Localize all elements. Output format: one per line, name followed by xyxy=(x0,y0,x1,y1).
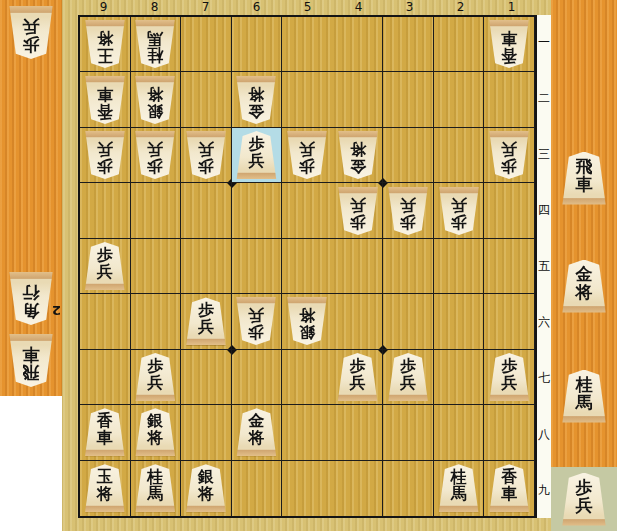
square-82[interactable]: 銀将 xyxy=(131,72,182,127)
piece-kanji: 兵 xyxy=(451,197,467,214)
piece-sente-lance[interactable]: 香車 xyxy=(84,408,126,456)
square-98[interactable]: 香車 xyxy=(80,405,131,460)
hand-slot-sente-gold[interactable]: 金将 xyxy=(551,256,617,316)
square-41[interactable] xyxy=(333,17,384,72)
board-grid: 王将桂馬香車香車銀将金将歩兵歩兵歩兵歩兵歩兵金将歩兵歩兵歩兵歩兵歩兵歩兵歩兵銀将… xyxy=(78,15,537,518)
piece-sente-king[interactable]: 玉将 xyxy=(84,464,126,512)
square-45[interactable] xyxy=(333,239,384,294)
sente-captured-stand: 飛車金将桂馬歩兵 xyxy=(551,0,617,531)
piece-kanji: 歩 xyxy=(147,357,163,374)
file-label-7: 7 xyxy=(180,0,231,15)
piece-kanji: 兵 xyxy=(198,318,214,335)
piece-gote-king[interactable]: 王将 xyxy=(84,20,126,68)
piece-sente-lance[interactable]: 香車 xyxy=(488,464,530,512)
file-label-6: 6 xyxy=(231,0,282,15)
piece-gote-pawn[interactable]: 歩兵 xyxy=(84,131,126,179)
square-57[interactable] xyxy=(282,350,333,405)
rank-label-3: 三 xyxy=(537,127,551,183)
piece-kanji: 将 xyxy=(299,307,315,324)
piece-kanji: 兵 xyxy=(299,141,315,158)
piece-kanji: 歩 xyxy=(451,214,467,231)
rank-label-6: 六 xyxy=(537,294,551,350)
piece-gote-pawn[interactable]: 歩兵 xyxy=(337,187,379,235)
hand-slot-sente-pawn[interactable]: 歩兵 xyxy=(551,467,617,531)
piece-sente-pawn[interactable]: 歩兵 xyxy=(134,353,176,401)
piece-kanji: 香 xyxy=(501,468,517,485)
piece-gote-gold[interactable]: 金将 xyxy=(235,76,277,124)
piece-kanji: 兵 xyxy=(97,263,113,280)
square-36[interactable] xyxy=(383,294,434,349)
piece-kanji: 兵 xyxy=(350,374,366,391)
square-29[interactable]: 桂馬 xyxy=(434,461,485,516)
rank-coordinates: 一二三四五六七八九 xyxy=(537,15,551,518)
square-72[interactable] xyxy=(181,72,232,127)
square-66[interactable]: 歩兵 xyxy=(232,294,283,349)
piece-kanji: 車 xyxy=(23,346,40,364)
square-81[interactable]: 桂馬 xyxy=(131,17,182,72)
piece-kanji: 桂 xyxy=(147,47,163,64)
piece-sente-pawn[interactable]: 歩兵 xyxy=(387,353,429,401)
piece-kanji: 兵 xyxy=(400,197,416,214)
piece-kanji: 銀 xyxy=(147,103,163,120)
piece-sente-knight[interactable]: 桂馬 xyxy=(438,464,480,512)
square-84[interactable] xyxy=(131,183,182,238)
piece-kanji: 馬 xyxy=(147,30,163,47)
square-21[interactable] xyxy=(434,17,485,72)
piece-kanji: 銀 xyxy=(198,468,214,485)
hand-slot-sente-knight[interactable]: 桂馬 xyxy=(551,366,617,426)
piece-gote-pawn[interactable]: 歩兵 xyxy=(134,131,176,179)
piece-kanji: 歩 xyxy=(23,36,40,54)
piece-kanji: 桂 xyxy=(451,468,467,485)
square-53[interactable]: 歩兵 xyxy=(282,128,333,183)
piece-kanji: 将 xyxy=(147,429,163,446)
piece-kanji: 金 xyxy=(248,412,264,429)
piece-kanji: 馬 xyxy=(451,485,467,502)
piece-kanji: 兵 xyxy=(147,374,163,391)
file-label-4: 4 xyxy=(333,0,384,15)
hand-piece-gote-bishop[interactable]: 角行 xyxy=(8,272,54,325)
piece-kanji: 歩 xyxy=(248,135,264,152)
piece-sente-silver[interactable]: 銀将 xyxy=(134,408,176,456)
piece-kanji: 将 xyxy=(97,485,113,502)
square-97[interactable] xyxy=(80,350,131,405)
square-12[interactable] xyxy=(484,72,535,127)
square-48[interactable] xyxy=(333,405,384,460)
piece-kanji: 歩 xyxy=(350,357,366,374)
piece-kanji: 兵 xyxy=(400,374,416,391)
piece-kanji: 飛 xyxy=(576,157,593,175)
square-44[interactable]: 歩兵 xyxy=(333,183,384,238)
square-69[interactable] xyxy=(232,461,283,516)
square-55[interactable] xyxy=(282,239,333,294)
piece-sente-pawn[interactable]: 歩兵 xyxy=(337,353,379,401)
square-65[interactable] xyxy=(232,239,283,294)
piece-kanji: 将 xyxy=(248,429,264,446)
square-15[interactable] xyxy=(484,239,535,294)
square-59[interactable] xyxy=(282,461,333,516)
piece-gote-pawn[interactable]: 歩兵 xyxy=(387,187,429,235)
square-89[interactable]: 桂馬 xyxy=(131,461,182,516)
square-52[interactable] xyxy=(282,72,333,127)
piece-kanji: 王 xyxy=(97,47,113,64)
piece-sente-silver[interactable]: 銀将 xyxy=(185,464,227,512)
square-33[interactable] xyxy=(383,128,434,183)
piece-gote-silver[interactable]: 銀将 xyxy=(286,297,328,345)
square-42[interactable] xyxy=(333,72,384,127)
piece-gote-pawn[interactable]: 歩兵 xyxy=(438,187,480,235)
piece-gote-pawn[interactable]: 歩兵 xyxy=(185,131,227,179)
piece-kanji: 歩 xyxy=(501,357,517,374)
piece-sente-pawn[interactable]: 歩兵 xyxy=(235,131,277,179)
square-49[interactable] xyxy=(333,461,384,516)
piece-sente-pawn[interactable]: 歩兵 xyxy=(185,297,227,345)
piece-kanji: 歩 xyxy=(350,214,366,231)
piece-kanji: 車 xyxy=(97,86,113,103)
piece-kanji: 兵 xyxy=(23,18,40,36)
piece-sente-pawn[interactable]: 歩兵 xyxy=(488,353,530,401)
square-62[interactable]: 金将 xyxy=(232,72,283,127)
hand-slot-gote-bishop[interactable]: 角行2 xyxy=(0,268,62,328)
square-63[interactable]: 歩兵 xyxy=(232,128,283,183)
square-17[interactable]: 歩兵 xyxy=(484,350,535,405)
square-67[interactable] xyxy=(232,350,283,405)
file-coordinates: 987654321 xyxy=(78,0,537,15)
square-37[interactable]: 歩兵 xyxy=(383,350,434,405)
square-78[interactable] xyxy=(181,405,232,460)
square-71[interactable] xyxy=(181,17,232,72)
file-label-9: 9 xyxy=(78,0,129,15)
square-75[interactable] xyxy=(181,239,232,294)
rank-label-1: 一 xyxy=(537,15,551,71)
piece-kanji: 兵 xyxy=(248,152,264,169)
hand-count-gote-bishop: 2 xyxy=(52,303,61,318)
square-23[interactable] xyxy=(434,128,485,183)
piece-kanji: 桂 xyxy=(576,375,593,393)
square-86[interactable] xyxy=(131,294,182,349)
hand-piece-gote-pawn[interactable]: 歩兵 xyxy=(8,6,54,59)
square-24[interactable]: 歩兵 xyxy=(434,183,485,238)
piece-sente-gold[interactable]: 金将 xyxy=(235,408,277,456)
rank-label-4: 四 xyxy=(537,183,551,239)
square-22[interactable] xyxy=(434,72,485,127)
square-26[interactable] xyxy=(434,294,485,349)
piece-kanji: 将 xyxy=(147,86,163,103)
square-73[interactable]: 歩兵 xyxy=(181,128,232,183)
piece-kanji: 兵 xyxy=(97,141,113,158)
square-92[interactable]: 香車 xyxy=(80,72,131,127)
piece-kanji: 兵 xyxy=(501,141,517,158)
piece-kanji: 歩 xyxy=(198,301,214,318)
piece-kanji: 行 xyxy=(23,284,40,302)
piece-kanji: 香 xyxy=(97,412,113,429)
piece-kanji: 歩 xyxy=(97,246,113,263)
rank-label-7: 七 xyxy=(537,350,551,406)
hand-slot-gote-pawn[interactable]: 歩兵 xyxy=(0,2,62,62)
left-blank-area xyxy=(0,396,62,531)
piece-gote-lance[interactable]: 香車 xyxy=(488,20,530,68)
square-34[interactable]: 歩兵 xyxy=(383,183,434,238)
piece-kanji: 金 xyxy=(350,158,366,175)
piece-kanji: 将 xyxy=(198,485,214,502)
square-91[interactable]: 王将 xyxy=(80,17,131,72)
rank-label-2: 二 xyxy=(537,71,551,127)
shogi-app: 歩兵角行2飛車 飛車金将桂馬歩兵 987654321 一二三四五六七八九 王将桂… xyxy=(0,0,617,531)
square-19[interactable]: 香車 xyxy=(484,461,535,516)
file-label-2: 2 xyxy=(435,0,486,15)
square-74[interactable] xyxy=(181,183,232,238)
hand-piece-gote-rook[interactable]: 飛車 xyxy=(8,334,54,387)
file-label-5: 5 xyxy=(282,0,333,15)
piece-kanji: 銀 xyxy=(299,324,315,341)
piece-kanji: 馬 xyxy=(576,393,593,411)
square-38[interactable] xyxy=(383,405,434,460)
piece-kanji: 兵 xyxy=(198,141,214,158)
piece-kanji: 歩 xyxy=(400,214,416,231)
piece-kanji: 兵 xyxy=(350,197,366,214)
square-16[interactable] xyxy=(484,294,535,349)
piece-kanji: 車 xyxy=(576,175,593,193)
square-54[interactable] xyxy=(282,183,333,238)
square-76[interactable]: 歩兵 xyxy=(181,294,232,349)
square-18[interactable] xyxy=(484,405,535,460)
piece-gote-knight[interactable]: 桂馬 xyxy=(134,20,176,68)
square-51[interactable] xyxy=(282,17,333,72)
square-46[interactable] xyxy=(333,294,384,349)
piece-kanji: 車 xyxy=(97,429,113,446)
piece-kanji: 将 xyxy=(248,86,264,103)
square-39[interactable] xyxy=(383,461,434,516)
square-28[interactable] xyxy=(434,405,485,460)
piece-kanji: 玉 xyxy=(97,468,113,485)
gote-captured-stand: 歩兵角行2飛車 xyxy=(0,0,62,396)
piece-kanji: 角 xyxy=(23,302,40,320)
rank-label-5: 五 xyxy=(537,239,551,295)
square-85[interactable] xyxy=(131,239,182,294)
piece-kanji: 歩 xyxy=(248,324,264,341)
piece-kanji: 将 xyxy=(350,141,366,158)
hand-piece-sente-rook[interactable]: 飛車 xyxy=(561,152,607,205)
square-77[interactable] xyxy=(181,350,232,405)
square-27[interactable] xyxy=(434,350,485,405)
piece-kanji: 将 xyxy=(576,283,593,301)
piece-kanji: 歩 xyxy=(97,158,113,175)
piece-gote-pawn[interactable]: 歩兵 xyxy=(235,297,277,345)
square-56[interactable]: 銀将 xyxy=(282,294,333,349)
piece-kanji: 将 xyxy=(97,30,113,47)
square-11[interactable]: 香車 xyxy=(484,17,535,72)
piece-kanji: 香 xyxy=(97,103,113,120)
piece-kanji: 兵 xyxy=(147,141,163,158)
hand-piece-sente-knight[interactable]: 桂馬 xyxy=(561,370,607,423)
piece-kanji: 馬 xyxy=(147,485,163,502)
piece-kanji: 兵 xyxy=(501,374,517,391)
square-88[interactable]: 銀将 xyxy=(131,405,182,460)
square-87[interactable]: 歩兵 xyxy=(131,350,182,405)
piece-kanji: 銀 xyxy=(147,412,163,429)
square-43[interactable]: 金将 xyxy=(333,128,384,183)
square-68[interactable]: 金将 xyxy=(232,405,283,460)
file-label-3: 3 xyxy=(384,0,435,15)
piece-gote-silver[interactable]: 銀将 xyxy=(134,76,176,124)
piece-kanji: 歩 xyxy=(576,478,593,496)
square-93[interactable]: 歩兵 xyxy=(80,128,131,183)
hand-piece-sente-pawn[interactable]: 歩兵 xyxy=(561,473,607,526)
hand-piece-sente-gold[interactable]: 金将 xyxy=(561,260,607,313)
file-label-1: 1 xyxy=(486,0,537,15)
piece-kanji: 兵 xyxy=(576,496,593,514)
piece-kanji: 歩 xyxy=(299,158,315,175)
square-25[interactable] xyxy=(434,239,485,294)
piece-kanji: 金 xyxy=(248,103,264,120)
hand-slot-sente-rook[interactable]: 飛車 xyxy=(551,148,617,208)
square-32[interactable] xyxy=(383,72,434,127)
piece-kanji: 兵 xyxy=(248,307,264,324)
piece-kanji: 歩 xyxy=(147,158,163,175)
piece-sente-knight[interactable]: 桂馬 xyxy=(134,464,176,512)
piece-kanji: 歩 xyxy=(400,357,416,374)
piece-gote-pawn[interactable]: 歩兵 xyxy=(488,131,530,179)
square-79[interactable]: 銀将 xyxy=(181,461,232,516)
piece-kanji: 飛 xyxy=(23,364,40,382)
piece-kanji: 車 xyxy=(501,485,517,502)
square-35[interactable] xyxy=(383,239,434,294)
rank-label-9: 九 xyxy=(537,462,551,518)
piece-gote-lance[interactable]: 香車 xyxy=(84,76,126,124)
piece-gote-gold[interactable]: 金将 xyxy=(337,131,379,179)
square-95[interactable]: 歩兵 xyxy=(80,239,131,294)
square-13[interactable]: 歩兵 xyxy=(484,128,535,183)
piece-kanji: 香 xyxy=(501,47,517,64)
square-14[interactable] xyxy=(484,183,535,238)
square-96[interactable] xyxy=(80,294,131,349)
square-64[interactable] xyxy=(232,183,283,238)
piece-kanji: 金 xyxy=(576,265,593,283)
file-label-8: 8 xyxy=(129,0,180,15)
piece-kanji: 車 xyxy=(501,30,517,47)
piece-kanji: 桂 xyxy=(147,468,163,485)
hand-slot-gote-rook[interactable]: 飛車 xyxy=(0,330,62,390)
piece-kanji: 歩 xyxy=(198,158,214,175)
piece-sente-pawn[interactable]: 歩兵 xyxy=(84,242,126,290)
piece-gote-pawn[interactable]: 歩兵 xyxy=(286,131,328,179)
piece-kanji: 歩 xyxy=(501,158,517,175)
square-61[interactable] xyxy=(232,17,283,72)
square-99[interactable]: 玉将 xyxy=(80,461,131,516)
square-58[interactable] xyxy=(282,405,333,460)
rank-label-8: 八 xyxy=(537,406,551,462)
square-83[interactable]: 歩兵 xyxy=(131,128,182,183)
square-94[interactable] xyxy=(80,183,131,238)
square-31[interactable] xyxy=(383,17,434,72)
square-47[interactable]: 歩兵 xyxy=(333,350,384,405)
